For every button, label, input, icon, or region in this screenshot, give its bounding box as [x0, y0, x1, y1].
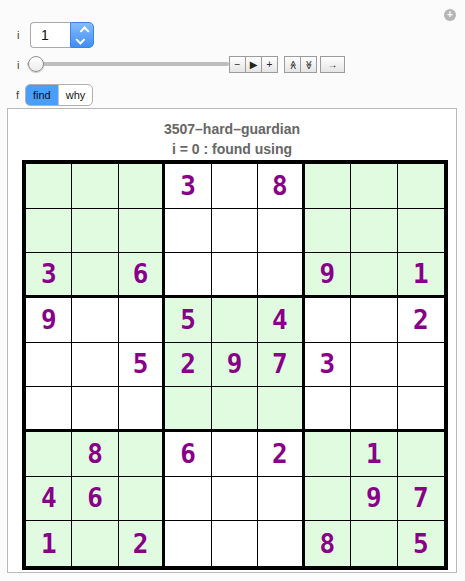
given-digit: 6: [87, 483, 103, 513]
cell-r5c3: 5: [119, 343, 165, 388]
cell-r6c9: [398, 387, 444, 432]
given-digit: 2: [133, 529, 149, 559]
cell-r9c7: 8: [305, 521, 351, 566]
given-digit: 8: [87, 439, 103, 469]
puzzle-title: 3507–hard–guardian: [8, 119, 456, 139]
cell-r4c6: 4: [258, 298, 304, 343]
i-slider[interactable]: [27, 55, 229, 73]
given-digit: 2: [272, 439, 288, 469]
cell-r4c1: 9: [26, 298, 72, 343]
cell-r6c8: [351, 387, 397, 432]
cell-r6c2: [72, 387, 118, 432]
cell-r5c2: [72, 343, 118, 388]
play-button[interactable]: ▶: [245, 56, 262, 73]
cell-r1c6: 8: [258, 164, 304, 209]
cell-r3c5: [212, 253, 258, 298]
cell-r8c3: [119, 477, 165, 522]
stepper-up-down-button[interactable]: [70, 22, 94, 48]
cell-r9c6: [258, 521, 304, 566]
given-digit: 8: [320, 529, 336, 559]
given-digit: 5: [413, 529, 429, 559]
cell-r8c7: [305, 477, 351, 522]
cell-r2c1: [26, 209, 72, 254]
cell-r5c7: 3: [305, 343, 351, 388]
setter-label: f: [16, 89, 19, 101]
cell-r8c1: 4: [26, 477, 72, 522]
chevrons-down-icon: ≫: [303, 60, 313, 69]
given-digit: 9: [366, 483, 382, 513]
cell-r4c4: 5: [165, 298, 211, 343]
cell-r9c1: 1: [26, 521, 72, 566]
plus-button[interactable]: +: [261, 56, 278, 73]
setter-option-why[interactable]: why: [58, 85, 93, 105]
stepper-label: i: [17, 29, 19, 41]
cell-r2c3: [119, 209, 165, 254]
cell-r5c8: [351, 343, 397, 388]
cell-r2c4: [165, 209, 211, 254]
cell-r7c4: 6: [165, 432, 211, 477]
slider-label: i: [17, 59, 19, 71]
cell-r9c5: [212, 521, 258, 566]
given-digit: 5: [180, 305, 196, 335]
given-digit: 4: [272, 305, 288, 335]
cell-r3c9: 1: [398, 253, 444, 298]
given-digit: 1: [41, 529, 57, 559]
cell-r3c8: [351, 253, 397, 298]
cell-r1c9: [398, 164, 444, 209]
cell-r4c3: [119, 298, 165, 343]
playback-group: − ▶ +: [229, 56, 277, 73]
cell-r2c9: [398, 209, 444, 254]
speed-group: ≫ ≫: [284, 56, 316, 73]
cell-r7c8: 1: [351, 432, 397, 477]
chevrons-up-icon: ≫: [287, 60, 297, 69]
cell-r6c1: [26, 387, 72, 432]
cell-r9c4: [165, 521, 211, 566]
cell-r8c9: 7: [398, 477, 444, 522]
cell-r9c3: 2: [119, 521, 165, 566]
cell-r6c5: [212, 387, 258, 432]
setter-option-find[interactable]: find: [26, 85, 58, 105]
step-arrow-button[interactable]: →: [320, 56, 345, 73]
given-digit: 2: [180, 349, 196, 379]
chevrons-down-button[interactable]: ≫: [300, 56, 317, 73]
given-digit: 5: [133, 349, 149, 379]
given-digit: 7: [272, 349, 288, 379]
cell-r5c1: [26, 343, 72, 388]
given-digit: 4: [41, 483, 57, 513]
cell-r9c9: 5: [398, 521, 444, 566]
cell-r9c2: [72, 521, 118, 566]
given-digit: 7: [413, 483, 429, 513]
cell-r7c2: 8: [72, 432, 118, 477]
f-setter-bar: find why: [25, 84, 93, 106]
cell-r3c4: [165, 253, 211, 298]
given-digit: 9: [320, 259, 336, 289]
cell-r7c9: [398, 432, 444, 477]
cell-r4c8: [351, 298, 397, 343]
cell-r2c7: [305, 209, 351, 254]
given-digit: 2: [413, 305, 429, 335]
given-digit: 9: [227, 349, 243, 379]
given-digit: 3: [320, 349, 336, 379]
output-panel: 3507–hard–guardian i = 0 : found using 3…: [7, 108, 457, 573]
cell-r3c7: 9: [305, 253, 351, 298]
cell-r4c9: 2: [398, 298, 444, 343]
cell-r5c4: 2: [165, 343, 211, 388]
cell-r1c7: [305, 164, 351, 209]
given-digit: 3: [180, 171, 196, 201]
cell-r3c3: 6: [119, 253, 165, 298]
cell-r6c6: [258, 387, 304, 432]
cell-r2c6: [258, 209, 304, 254]
cell-r6c4: [165, 387, 211, 432]
cell-r6c3: [119, 387, 165, 432]
stepper-value-input[interactable]: 1: [30, 22, 70, 48]
given-digit: 1: [413, 259, 429, 289]
cell-r1c8: [351, 164, 397, 209]
puzzle-subtitle: i = 0 : found using: [8, 139, 456, 159]
given-digit: 8: [272, 171, 288, 201]
cell-r8c2: 6: [72, 477, 118, 522]
i-stepper[interactable]: 1: [30, 22, 94, 48]
step-group: →: [320, 56, 344, 73]
given-digit: 3: [41, 259, 57, 289]
chevrons-up-button[interactable]: ≫: [284, 56, 301, 73]
cell-r3c1: 3: [26, 253, 72, 298]
given-digit: 6: [133, 259, 149, 289]
cell-r1c3: [119, 164, 165, 209]
cell-r9c8: [351, 521, 397, 566]
cell-r7c1: [26, 432, 72, 477]
slider-track[interactable]: [27, 62, 229, 66]
cell-r4c5: [212, 298, 258, 343]
given-digit: 6: [180, 439, 196, 469]
cell-r8c4: [165, 477, 211, 522]
cell-r3c6: [258, 253, 304, 298]
cell-r2c5: [212, 209, 258, 254]
board-titles: 3507–hard–guardian i = 0 : found using: [8, 119, 456, 159]
cell-r1c5: [212, 164, 258, 209]
cell-r5c9: [398, 343, 444, 388]
cell-r1c4: 3: [165, 164, 211, 209]
cell-r7c6: 2: [258, 432, 304, 477]
cell-r5c5: 9: [212, 343, 258, 388]
cell-r1c1: [26, 164, 72, 209]
cell-r7c3: [119, 432, 165, 477]
expand-plus-icon[interactable]: +: [444, 9, 456, 21]
slider-thumb[interactable]: [28, 56, 44, 72]
minus-button[interactable]: −: [229, 56, 246, 73]
cell-r3c2: [72, 253, 118, 298]
cell-r2c8: [351, 209, 397, 254]
cell-r2c2: [72, 209, 118, 254]
cell-r8c5: [212, 477, 258, 522]
cell-r5c6: 7: [258, 343, 304, 388]
cell-r4c2: [72, 298, 118, 343]
given-digit: 1: [366, 439, 382, 469]
cell-r7c5: [212, 432, 258, 477]
cell-r7c7: [305, 432, 351, 477]
cell-r6c7: [305, 387, 351, 432]
cell-r8c8: 9: [351, 477, 397, 522]
cell-r4c7: [305, 298, 351, 343]
sudoku-grid: 383691954252973862146971285: [22, 160, 448, 570]
cell-r8c6: [258, 477, 304, 522]
cell-r1c2: [72, 164, 118, 209]
given-digit: 9: [41, 305, 57, 335]
